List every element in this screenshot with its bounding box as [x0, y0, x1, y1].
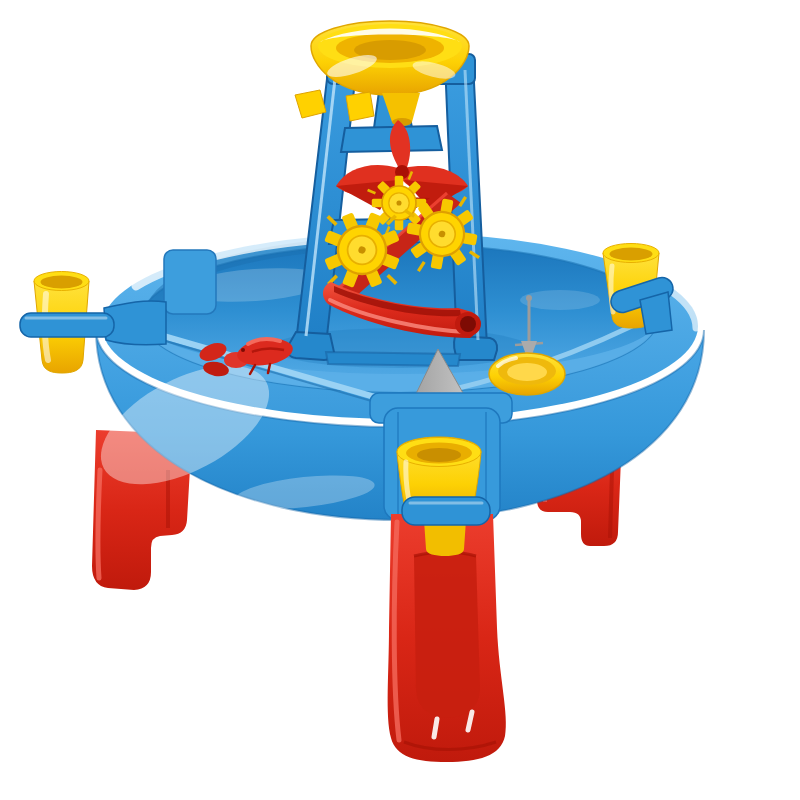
side-cup-right — [603, 244, 676, 335]
front-funnel-clamp-band — [402, 497, 490, 525]
front-assembly — [370, 393, 512, 762]
cup-clamp-right-arm — [640, 292, 672, 334]
activity-table-scene — [0, 0, 800, 800]
scoop-left — [295, 90, 326, 118]
rim-clamp-tab-left — [164, 250, 216, 314]
leg-front-panel — [414, 552, 480, 718]
scoop-center — [346, 92, 374, 121]
product-photo — [0, 0, 800, 800]
